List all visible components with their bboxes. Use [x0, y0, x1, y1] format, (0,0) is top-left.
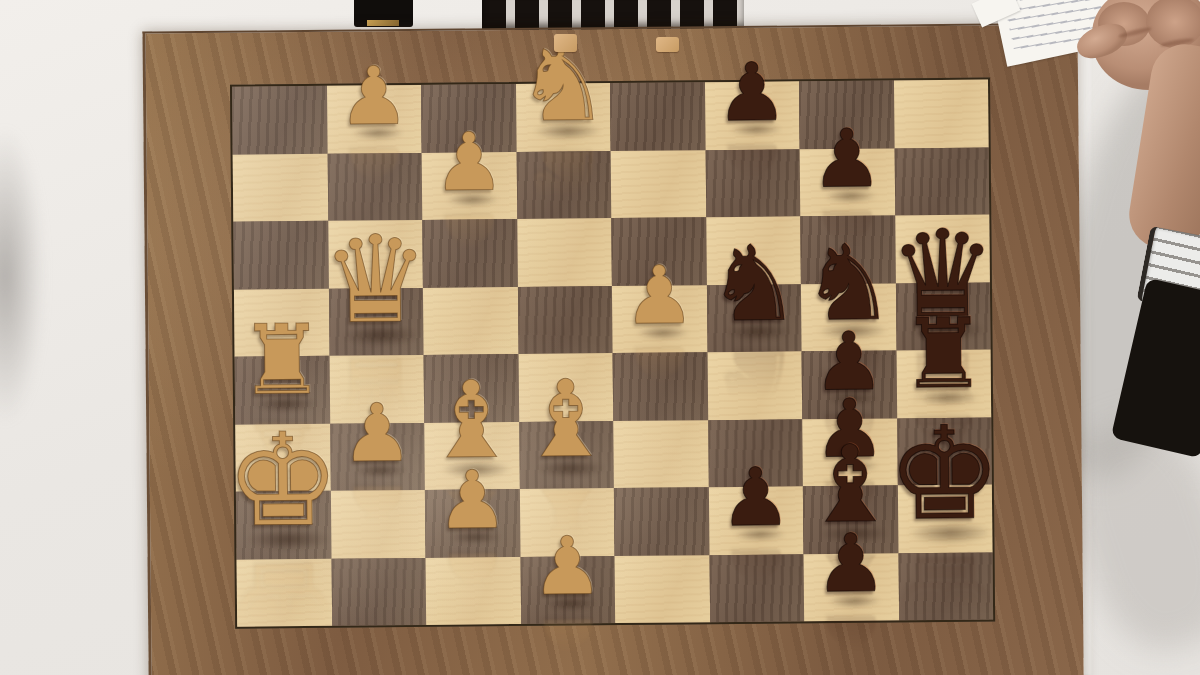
white-pawn-glyph: ♟	[433, 123, 505, 204]
white-pawn-glyph: ♟	[436, 460, 508, 541]
piece-reflection: ♞	[517, 135, 611, 240]
white-pawn-glyph: ♟	[338, 56, 410, 137]
square-a1	[232, 86, 327, 154]
chess-board-frame: ♟♟♞♞♟♟♛♛♟♟♜♜♟♟♝♝♝♝♚♚♟♟♟♟♟♟♟♟♞♞♞♞♛♛♟♟♜♜♟♟…	[142, 23, 1083, 675]
piece-reflection: ♟	[532, 607, 604, 675]
black-pawn-glyph: ♟	[811, 119, 883, 200]
white-queen-glyph: ♛	[321, 220, 430, 341]
piece-reflection: ♟	[434, 203, 506, 284]
piece-reflection: ♚	[888, 537, 1004, 666]
white-pawn-glyph: ♟	[531, 527, 603, 608]
shadow-blob	[0, 128, 44, 424]
square-b1	[233, 153, 328, 221]
piece-reflection: ♟	[338, 136, 410, 217]
piece-reflection: ♞	[708, 336, 802, 441]
chess-board: ♟♟♞♞♟♟♛♛♟♟♜♜♟♟♝♝♝♝♚♚♟♟♟♟♟♟♟♟♞♞♞♞♛♛♟♟♜♜♟♟…	[232, 79, 993, 626]
square-h2	[331, 557, 426, 625]
black-rook-glyph: ♜	[900, 305, 987, 402]
black-pawn-glyph: ♟	[719, 457, 791, 538]
white-pawn-glyph: ♟	[623, 256, 695, 337]
piece-reflection: ♟	[720, 537, 792, 618]
square-f5	[613, 420, 708, 488]
piece-reflection: ♟	[437, 540, 509, 621]
white-bishop-glyph: ♝	[518, 367, 614, 474]
black-knight-glyph: ♞	[707, 232, 801, 337]
black-pawn-glyph: ♟	[815, 524, 887, 605]
square-a5	[610, 82, 705, 150]
square-g5	[614, 487, 709, 555]
piece-reflection: ♟	[815, 604, 887, 675]
square-d4	[517, 286, 612, 354]
square-h5	[615, 555, 710, 623]
wood-chip	[656, 37, 679, 52]
black-device	[354, 0, 413, 27]
piece-reflection: ♟	[624, 336, 696, 417]
black-pawn-glyph: ♟	[716, 52, 788, 133]
square-b5	[611, 150, 706, 218]
board-inner-border: ♟♟♞♞♟♟♛♛♟♟♜♜♟♟♝♝♝♝♚♚♟♟♟♟♟♟♟♟♞♞♞♞♛♛♟♟♜♜♟♟…	[230, 77, 995, 628]
white-rook-glyph: ♜	[238, 311, 325, 408]
brass-strip	[367, 20, 399, 26]
tournament-photo: ♟♟♞♞♟♟♛♛♟♟♜♜♟♟♝♝♝♝♚♚♟♟♟♟♟♟♟♟♞♞♞♞♛♛♟♟♜♜♟♟…	[0, 0, 1200, 675]
square-a8	[893, 79, 988, 147]
wood-chip	[554, 34, 577, 52]
piece-reflection: ♟	[342, 473, 414, 554]
square-c1	[233, 221, 328, 289]
white-pawn-glyph: ♟	[341, 393, 413, 474]
piece-reflection: ♟	[716, 132, 788, 213]
piece-reflection: ♚	[226, 544, 342, 673]
black-king-glyph: ♚	[887, 409, 1003, 538]
square-d3	[423, 287, 518, 355]
white-king-glyph: ♚	[225, 416, 341, 545]
